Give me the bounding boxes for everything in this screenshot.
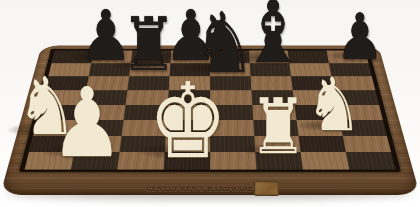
piece-white-king-d2[interactable]: ♚	[144, 69, 232, 173]
pieces-layer: ♟♟♝♟♜♞♞♞♟♚♜	[0, 0, 420, 207]
piece-white-pawn-b2[interactable]: ♟	[46, 75, 128, 171]
piece-white-rook-f2[interactable]: ♜	[246, 89, 311, 165]
piece-white-knight-g3[interactable]: ♞	[303, 67, 366, 141]
piece-black-pawn-h8[interactable]: ♟	[333, 5, 387, 69]
product-photo-scene: GENTLEMEN'S HARDWARE ♟♟♝♟♜♞♞♞♟♚♜	[0, 0, 420, 207]
